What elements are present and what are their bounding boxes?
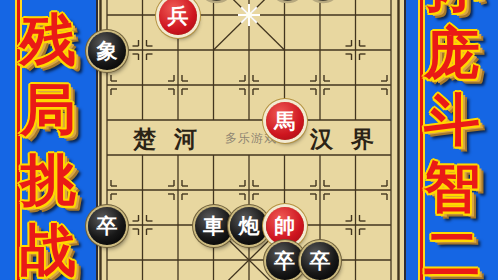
banner-char: 智 [406,155,498,219]
xiangqi-piece-black[interactable]: 炮 [230,207,268,245]
sparkle-icon [238,4,260,26]
cutoff-piece-top [271,0,305,2]
banner-char: 战 [0,218,96,280]
banner-char: 二 [406,222,498,280]
xiangqi-piece-black[interactable]: 卒 [301,242,339,280]
xiangqi-piece-black[interactable]: 象 [88,32,126,70]
xiangqi-piece-red[interactable]: 馬 [266,102,304,140]
banner-char: 庞 [406,21,498,85]
banner-char: 局 [0,78,96,142]
river-label-left: 楚河 [133,124,215,155]
xiangqi-app-screen: { "game": "xiangqi (Chinese chess) endga… [0,0,498,280]
banner-char: 斗 [406,88,498,152]
xiangqi-piece-black[interactable]: 卒 [88,207,126,245]
cutoff-piece-top [200,0,234,2]
banner-char: 挑 [0,148,96,212]
cutoff-piece-top [306,0,340,2]
banner-right: 孙庞斗智二 [406,0,498,280]
xiangqi-board[interactable]: 楚河 汉界 多乐游戏 兵象馬卒車炮帥卒卒 [96,0,406,280]
river-label-right: 汉界 [310,124,392,155]
xiangqi-piece-black[interactable]: 車 [195,207,233,245]
banner-char: 残 [0,8,96,72]
banner-char: 孙 [406,0,498,18]
xiangqi-piece-red[interactable]: 帥 [266,207,304,245]
xiangqi-piece-black[interactable]: 卒 [266,242,304,280]
banner-left: 残局挑战 [0,0,96,280]
